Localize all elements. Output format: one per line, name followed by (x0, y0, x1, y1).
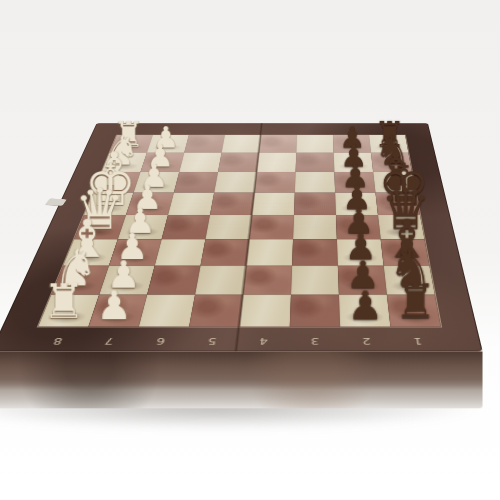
piece-black-rook: ♜ (387, 295, 441, 327)
chess-set-photo: ♜♞♝♚♛♝♞♜♟♟♟♟♟♟♟♟♟♟♟♟♟♟♟♟♜♞♝♚♛♝♞♜ 8765432… (0, 0, 500, 500)
rank-label-2: 2 (340, 334, 392, 347)
square-r1c5 (259, 135, 297, 153)
piece-black-pawn: ♟ (339, 295, 391, 327)
square-r5c3 (162, 215, 210, 239)
white-rook-glyph: ♜ (39, 277, 89, 325)
square-r2c6 (296, 153, 335, 172)
scene: ♜♞♝♚♛♝♞♜♟♟♟♟♟♟♟♟♟♟♟♟♟♟♟♟♜♞♝♚♛♝♞♜ 8765432… (0, 0, 500, 500)
rank-label-8: 8 (30, 334, 86, 347)
rank-label-5: 5 (185, 334, 238, 347)
box-side (0, 351, 483, 408)
square-r6c5 (246, 239, 293, 265)
square-r5c5 (249, 215, 294, 239)
square-r4c3 (168, 193, 214, 215)
square-r8c3 (139, 295, 195, 327)
square-r4c5 (252, 193, 295, 215)
square-r3c3 (174, 172, 218, 193)
square-r7c6 (291, 266, 339, 295)
square-r1c6 (296, 135, 333, 153)
square-r3c5 (255, 172, 296, 193)
board-3d: ♜♞♝♚♛♝♞♜♟♟♟♟♟♟♟♟♟♟♟♟♟♟♟♟♜♞♝♚♛♝♞♜ 8765432… (0, 123, 483, 351)
square-r2c5 (257, 153, 297, 172)
square-r6c3 (155, 239, 206, 265)
square-r4c6 (294, 193, 336, 215)
black-pawn-glyph: ♟ (340, 286, 390, 325)
rank-label-3: 3 (289, 334, 341, 347)
square-r5c6 (293, 215, 337, 239)
square-r5c4 (205, 215, 252, 239)
white-pawn-glyph: ♟ (89, 286, 139, 325)
square-r8c6 (290, 295, 340, 327)
square-r2c3 (179, 153, 221, 172)
clasp-tab (45, 198, 66, 206)
piece-white-pawn: ♟ (88, 295, 147, 327)
square-r3c4 (214, 172, 257, 193)
square-r6c6 (292, 239, 338, 265)
square-r7c4 (195, 266, 246, 295)
board-frame: ♜♞♝♚♛♝♞♜♟♟♟♟♟♟♟♟♟♟♟♟♟♟♟♟♜♞♝♚♛♝♞♜ 8765432… (0, 123, 483, 351)
square-r1c4 (222, 135, 261, 153)
black-rook-glyph: ♜ (390, 277, 440, 325)
square-r8c4 (189, 295, 243, 327)
rank-label-1: 1 (391, 334, 444, 347)
rank-label-6: 6 (133, 334, 187, 347)
board-squares: ♜♞♝♚♛♝♞♜♟♟♟♟♟♟♟♟♟♟♟♟♟♟♟♟♜♞♝♚♛♝♞♜ (38, 135, 441, 327)
rank-label-4: 4 (237, 334, 289, 347)
square-r4c4 (210, 193, 255, 215)
rank-label-7: 7 (82, 334, 137, 347)
square-r6c4 (201, 239, 250, 265)
square-r7c3 (147, 266, 200, 295)
square-r7c5 (243, 266, 292, 295)
square-r2c4 (218, 153, 259, 172)
square-r8c5 (239, 295, 291, 327)
square-r1c3 (184, 135, 225, 153)
square-r3c6 (295, 172, 335, 193)
